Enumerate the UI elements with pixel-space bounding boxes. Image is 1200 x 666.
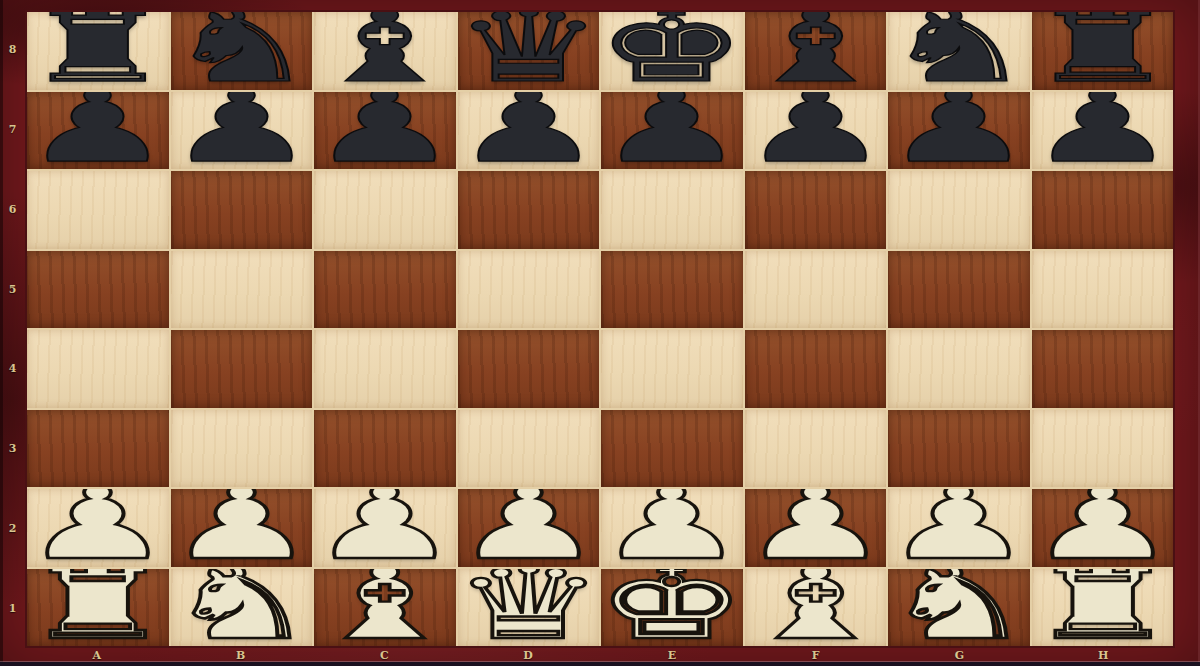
square-g7[interactable]: ♟ [888, 92, 1030, 170]
piece-black-knight[interactable]: ♞ [171, 12, 313, 90]
square-b5[interactable] [171, 251, 313, 329]
square-h2[interactable]: ♟ [1032, 489, 1174, 567]
square-c4[interactable] [314, 330, 456, 408]
square-h5[interactable] [1032, 251, 1174, 329]
square-h3[interactable] [1032, 410, 1174, 488]
file-label-d: D [456, 648, 600, 662]
rank-label-6: 6 [0, 170, 25, 250]
file-label-c: C [313, 648, 457, 662]
square-a6[interactable] [27, 171, 169, 249]
piece-black-queen[interactable]: ♛ [458, 12, 600, 90]
square-c6[interactable] [314, 171, 456, 249]
square-g2[interactable]: ♟ [888, 489, 1030, 567]
square-d8[interactable]: ♛ [458, 12, 600, 90]
square-f8[interactable]: ♝ [745, 12, 887, 90]
piece-black-rook[interactable]: ♜ [27, 12, 169, 90]
chess-app-screen: 87654321 ♜♞♝♛♚♝♞♜♟♟♟♟♟♟♟♟♟♟♟♟♟♟♟♟♜♞♝♛♚♝♞… [0, 0, 1200, 666]
piece-white-knight[interactable]: ♞ [888, 569, 1030, 647]
square-b1[interactable]: ♞ [171, 569, 313, 647]
piece-white-pawn[interactable]: ♟ [314, 489, 456, 567]
square-f1[interactable]: ♝ [745, 569, 887, 647]
piece-white-pawn[interactable]: ♟ [27, 489, 169, 567]
square-c8[interactable]: ♝ [314, 12, 456, 90]
square-g3[interactable] [888, 410, 1030, 488]
square-a5[interactable] [27, 251, 169, 329]
square-c2[interactable]: ♟ [314, 489, 456, 567]
piece-white-pawn[interactable]: ♟ [1032, 489, 1174, 567]
piece-white-rook[interactable]: ♜ [1032, 569, 1174, 647]
square-d6[interactable] [458, 171, 600, 249]
piece-black-pawn[interactable]: ♟ [1032, 92, 1174, 170]
square-d3[interactable] [458, 410, 600, 488]
square-e4[interactable] [601, 330, 743, 408]
rank-label-8: 8 [0, 10, 25, 90]
file-label-f: F [744, 648, 888, 662]
piece-black-king[interactable]: ♚ [601, 12, 743, 90]
square-f3[interactable] [745, 410, 887, 488]
square-e1[interactable]: ♚ [601, 569, 743, 647]
square-c5[interactable] [314, 251, 456, 329]
square-h8[interactable]: ♜ [1032, 12, 1174, 90]
square-c3[interactable] [314, 410, 456, 488]
square-d2[interactable]: ♟ [458, 489, 600, 567]
square-d7[interactable]: ♟ [458, 92, 600, 170]
square-c7[interactable]: ♟ [314, 92, 456, 170]
square-b6[interactable] [171, 171, 313, 249]
square-f7[interactable]: ♟ [745, 92, 887, 170]
square-b4[interactable] [171, 330, 313, 408]
piece-black-bishop[interactable]: ♝ [314, 12, 456, 90]
square-b2[interactable]: ♟ [171, 489, 313, 567]
square-h4[interactable] [1032, 330, 1174, 408]
square-g4[interactable] [888, 330, 1030, 408]
square-e7[interactable]: ♟ [601, 92, 743, 170]
square-e6[interactable] [601, 171, 743, 249]
square-a1[interactable]: ♜ [27, 569, 169, 647]
square-h7[interactable]: ♟ [1032, 92, 1174, 170]
piece-black-pawn[interactable]: ♟ [888, 92, 1030, 170]
square-f6[interactable] [745, 171, 887, 249]
rank-label-2: 2 [0, 489, 25, 569]
piece-black-pawn[interactable]: ♟ [171, 92, 313, 170]
square-b3[interactable] [171, 410, 313, 488]
piece-black-bishop[interactable]: ♝ [745, 12, 887, 90]
piece-white-pawn[interactable]: ♟ [458, 489, 600, 567]
square-g5[interactable] [888, 251, 1030, 329]
piece-black-rook[interactable]: ♜ [1032, 12, 1174, 90]
rank-label-3: 3 [0, 409, 25, 489]
piece-black-pawn[interactable]: ♟ [745, 92, 887, 170]
piece-black-pawn[interactable]: ♟ [314, 92, 456, 170]
file-label-a: A [25, 648, 169, 662]
square-a8[interactable]: ♜ [27, 12, 169, 90]
square-f2[interactable]: ♟ [745, 489, 887, 567]
square-a4[interactable] [27, 330, 169, 408]
piece-white-pawn[interactable]: ♟ [888, 489, 1030, 567]
rank-label-4: 4 [0, 329, 25, 409]
square-d1[interactable]: ♛ [458, 569, 600, 647]
piece-white-pawn[interactable]: ♟ [601, 489, 743, 567]
square-b7[interactable]: ♟ [171, 92, 313, 170]
square-d4[interactable] [458, 330, 600, 408]
square-h1[interactable]: ♜ [1032, 569, 1174, 647]
piece-black-pawn[interactable]: ♟ [27, 92, 169, 170]
square-a3[interactable] [27, 410, 169, 488]
piece-white-knight[interactable]: ♞ [171, 569, 313, 647]
square-e3[interactable] [601, 410, 743, 488]
rank-label-1: 1 [0, 568, 25, 648]
square-g1[interactable]: ♞ [888, 569, 1030, 647]
square-c1[interactable]: ♝ [314, 569, 456, 647]
square-b8[interactable]: ♞ [171, 12, 313, 90]
rank-label-7: 7 [0, 90, 25, 170]
piece-white-rook[interactable]: ♜ [27, 569, 169, 647]
piece-white-pawn[interactable]: ♟ [171, 489, 313, 567]
square-a7[interactable]: ♟ [27, 92, 169, 170]
board: ♜♞♝♛♚♝♞♜♟♟♟♟♟♟♟♟♟♟♟♟♟♟♟♟♜♞♝♛♚♝♞♜ [25, 10, 1175, 648]
piece-black-knight[interactable]: ♞ [888, 12, 1030, 90]
piece-white-queen[interactable]: ♛ [458, 569, 600, 647]
file-label-e: E [600, 648, 744, 662]
square-a2[interactable]: ♟ [27, 489, 169, 567]
square-e8[interactable]: ♚ [601, 12, 743, 90]
square-g6[interactable] [888, 171, 1030, 249]
square-e2[interactable]: ♟ [601, 489, 743, 567]
piece-white-bishop[interactable]: ♝ [745, 569, 887, 647]
file-label-g: G [888, 648, 1032, 662]
file-label-b: B [169, 648, 313, 662]
file-label-h: H [1031, 648, 1175, 662]
piece-white-king[interactable]: ♚ [601, 569, 743, 647]
square-e5[interactable] [601, 251, 743, 329]
file-labels: ABCDEFGH [25, 648, 1175, 662]
rank-label-5: 5 [0, 249, 25, 329]
square-h6[interactable] [1032, 171, 1174, 249]
piece-black-pawn[interactable]: ♟ [458, 92, 600, 170]
rank-labels: 87654321 [0, 10, 25, 648]
square-f5[interactable] [745, 251, 887, 329]
piece-white-pawn[interactable]: ♟ [745, 489, 887, 567]
piece-white-bishop[interactable]: ♝ [314, 569, 456, 647]
piece-black-pawn[interactable]: ♟ [601, 92, 743, 170]
square-f4[interactable] [745, 330, 887, 408]
square-d5[interactable] [458, 251, 600, 329]
square-g8[interactable]: ♞ [888, 12, 1030, 90]
frame-bottom-edge [0, 662, 1200, 666]
